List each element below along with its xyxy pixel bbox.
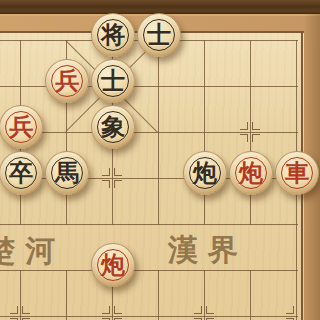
piece-character: 兵 [0, 106, 42, 148]
red-chariot-piece[interactable]: 車 [275, 151, 319, 195]
piece-character: 馬 [46, 152, 88, 194]
piece-character: 卒 [0, 152, 42, 194]
piece-character: 士 [92, 60, 134, 102]
grid-file-line [250, 270, 251, 320]
black-horse-piece[interactable]: 馬 [45, 151, 89, 195]
black-general-piece[interactable]: 将 [91, 13, 135, 57]
red-soldier-piece[interactable]: 兵 [45, 59, 89, 103]
black-elephant-piece[interactable]: 象 [91, 105, 135, 149]
point-marker [194, 306, 214, 320]
red-cannon-piece[interactable]: 炮 [91, 243, 135, 287]
piece-character: 炮 [184, 152, 226, 194]
piece-character: 象 [92, 106, 134, 148]
xiangqi-board-screenshot: 楚河 漢界 将士兵士兵象卒馬炮炮車炮 [0, 0, 320, 320]
black-soldier-piece[interactable]: 卒 [0, 151, 43, 195]
point-marker-edge-half [286, 306, 306, 320]
piece-character: 車 [276, 152, 318, 194]
grid-file-line [66, 270, 67, 320]
black-advisor-piece[interactable]: 士 [91, 59, 135, 103]
piece-character: 将 [92, 14, 134, 56]
grid-file-line [204, 40, 205, 225]
red-soldier-piece[interactable]: 兵 [0, 105, 43, 149]
river-label-left: 楚河 [0, 231, 65, 272]
grid-file-line [158, 270, 159, 320]
black-cannon-piece[interactable]: 炮 [183, 151, 227, 195]
river-label-right: 漢界 [168, 230, 248, 271]
piece-character: 兵 [46, 60, 88, 102]
grid-rank-line [0, 316, 298, 317]
table-edge-top [0, 0, 320, 14]
point-marker [10, 306, 30, 320]
point-marker [102, 168, 122, 188]
point-marker [240, 122, 260, 142]
piece-character: 士 [138, 14, 180, 56]
grid-file-line [158, 40, 159, 225]
piece-character: 炮 [92, 244, 134, 286]
grid-rank-line [0, 224, 298, 225]
piece-character: 炮 [230, 152, 272, 194]
point-marker [102, 306, 122, 320]
red-cannon-piece[interactable]: 炮 [229, 151, 273, 195]
black-advisor-piece[interactable]: 士 [137, 13, 181, 57]
